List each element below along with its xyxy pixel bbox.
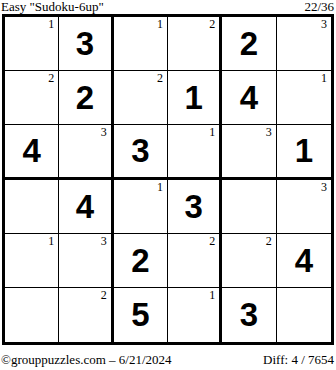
corner-clue: 2 [48, 72, 54, 85]
cell-r0c3[interactable]: 2 [168, 17, 222, 71]
cell-r4c5[interactable]: 4 [277, 234, 331, 288]
cell-r2c4[interactable]: 3 [222, 125, 276, 179]
corner-clue: 2 [266, 235, 272, 248]
cell-r3c2[interactable]: 1 [114, 180, 168, 234]
corner-clue: 1 [157, 18, 163, 31]
cell-r4c0[interactable]: 1 [5, 234, 59, 288]
cell-r0c5[interactable]: 3 [277, 17, 331, 71]
cell-digit: 5 [131, 298, 149, 331]
corner-clue: 1 [209, 126, 215, 139]
cell-r0c0[interactable]: 1 [5, 17, 59, 71]
cell-digit: 4 [76, 190, 94, 223]
cell-r3c3[interactable]: 3 [168, 180, 222, 234]
cell-r4c4[interactable]: 2 [222, 234, 276, 288]
footer: ©grouppuzzles.com – 6/21/2024 Diff: 4 / … [0, 345, 336, 366]
cell-r0c2[interactable]: 1 [114, 17, 168, 71]
cell-r5c4[interactable]: 3 [222, 288, 276, 342]
corner-clue: 3 [101, 235, 107, 248]
cell-r1c1[interactable]: 2 [59, 71, 113, 125]
corner-clue: 1 [321, 72, 327, 85]
cell-r1c4[interactable]: 4 [222, 71, 276, 125]
corner-clue: 1 [48, 18, 54, 31]
cell-r3c0[interactable] [5, 180, 59, 234]
corner-clue: 3 [321, 18, 327, 31]
cell-r2c5[interactable]: 1 [277, 125, 331, 179]
puzzle-counter: 22/36 [304, 0, 334, 13]
cell-r4c2[interactable]: 2 [114, 234, 168, 288]
cell-r2c3[interactable]: 1 [168, 125, 222, 179]
cell-digit: 3 [131, 134, 149, 167]
sudoku-grid: 1 3 1 2 2 3 2 2 2 1 4 1 4 3 3 1 3 1 4 1 … [2, 14, 334, 345]
corner-clue: 2 [209, 18, 215, 31]
footer-difficulty: Diff: 4 / 7654 [263, 353, 334, 366]
corner-clue: 2 [157, 72, 163, 85]
cell-digit: 1 [184, 81, 202, 114]
cell-r1c3[interactable]: 1 [168, 71, 222, 125]
cell-digit: 1 [295, 134, 313, 167]
corner-clue: 3 [266, 126, 272, 139]
cell-r5c5[interactable] [277, 288, 331, 342]
cell-r5c1[interactable]: 2 [59, 288, 113, 342]
header: Easy "Sudoku-6up" 22/36 [0, 0, 336, 14]
footer-credit: ©grouppuzzles.com – 6/21/2024 [1, 353, 172, 366]
cell-r2c2[interactable]: 3 [114, 125, 168, 179]
corner-clue: 1 [48, 235, 54, 248]
puzzle-page: Easy "Sudoku-6up" 22/36 1 3 1 2 2 3 2 2 … [0, 0, 336, 370]
corner-clue: 3 [321, 181, 327, 194]
cell-r5c0[interactable] [5, 288, 59, 342]
cell-r0c4[interactable]: 2 [222, 17, 276, 71]
cell-digit: 3 [184, 190, 202, 223]
cell-digit: 3 [240, 298, 258, 331]
cell-r0c1[interactable]: 3 [59, 17, 113, 71]
corner-clue: 2 [101, 289, 107, 302]
corner-clue: 1 [209, 289, 215, 302]
cell-r5c2[interactable]: 5 [114, 288, 168, 342]
cell-r3c5[interactable]: 3 [277, 180, 331, 234]
cell-r1c0[interactable]: 2 [5, 71, 59, 125]
cell-r4c1[interactable]: 3 [59, 234, 113, 288]
cell-digit: 3 [76, 27, 94, 60]
corner-clue: 2 [209, 235, 215, 248]
cell-digit: 2 [76, 81, 94, 114]
cell-digit: 4 [240, 81, 258, 114]
cell-digit: 2 [240, 27, 258, 60]
cell-r1c5[interactable]: 1 [277, 71, 331, 125]
cell-r1c2[interactable]: 2 [114, 71, 168, 125]
corner-clue: 1 [157, 181, 163, 194]
cell-digit: 4 [22, 134, 40, 167]
cell-r2c0[interactable]: 4 [5, 125, 59, 179]
cell-digit: 4 [295, 244, 313, 277]
cell-r2c1[interactable]: 3 [59, 125, 113, 179]
cell-digit: 2 [131, 244, 149, 277]
corner-clue: 3 [101, 126, 107, 139]
cell-r3c1[interactable]: 4 [59, 180, 113, 234]
cell-r3c4[interactable] [222, 180, 276, 234]
cell-r5c3[interactable]: 1 [168, 288, 222, 342]
cell-r4c3[interactable]: 2 [168, 234, 222, 288]
page-title: Easy "Sudoku-6up" [1, 0, 104, 13]
